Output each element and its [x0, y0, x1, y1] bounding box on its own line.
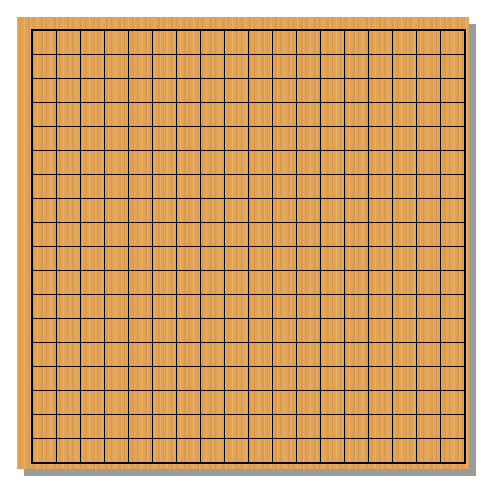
go-diagram: [0, 0, 500, 500]
goban[interactable]: [17, 17, 469, 469]
grid-border: [31, 29, 466, 464]
